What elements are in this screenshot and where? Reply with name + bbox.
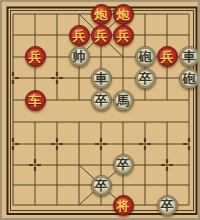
piece-glyph: 炮 xyxy=(95,7,108,20)
piece-red-soldier[interactable]: 兵 xyxy=(25,46,46,67)
piece-tan-soldier[interactable]: 卒 xyxy=(157,195,178,216)
piece-red-soldier[interactable]: 兵 xyxy=(91,25,112,46)
piece-glyph: 砲 xyxy=(183,71,196,84)
xiangqi-board[interactable]: 炮炮兵兵兵兵兵车将帅砲車車卒砲卒馬卒卒卒 xyxy=(2,4,200,216)
piece-red-chariot[interactable]: 车 xyxy=(25,90,46,111)
piece-tan-soldier[interactable]: 卒 xyxy=(113,154,134,175)
piece-red-soldier[interactable]: 兵 xyxy=(113,25,134,46)
piece-tan-soldier[interactable]: 卒 xyxy=(91,90,112,111)
piece-tan-soldier[interactable]: 卒 xyxy=(91,175,112,196)
piece-red-soldier[interactable]: 兵 xyxy=(157,46,178,67)
piece-tan-soldier[interactable]: 卒 xyxy=(135,68,156,89)
piece-glyph: 卒 xyxy=(139,71,152,84)
piece-glyph: 帅 xyxy=(73,50,86,63)
piece-glyph: 兵 xyxy=(73,28,86,41)
piece-glyph: 车 xyxy=(29,93,42,106)
piece-glyph: 卒 xyxy=(117,158,130,171)
piece-tan-cannon[interactable]: 砲 xyxy=(135,46,156,67)
xiangqi-app: 炮炮兵兵兵兵兵车将帅砲車車卒砲卒馬卒卒卒 xyxy=(0,0,200,220)
piece-glyph: 兵 xyxy=(117,28,130,41)
piece-glyph: 炮 xyxy=(117,7,130,20)
piece-glyph: 兵 xyxy=(29,50,42,63)
piece-glyph: 車 xyxy=(95,71,108,84)
piece-tan-chariot[interactable]: 車 xyxy=(179,46,200,67)
piece-glyph: 馬 xyxy=(117,93,130,106)
piece-glyph: 卒 xyxy=(95,178,108,191)
piece-glyph: 車 xyxy=(183,50,196,63)
piece-red-general[interactable]: 将 xyxy=(113,195,134,216)
piece-glyph: 兵 xyxy=(161,50,174,63)
piece-glyph: 兵 xyxy=(95,28,108,41)
piece-tan-general[interactable]: 帅 xyxy=(69,46,90,67)
piece-glyph: 将 xyxy=(117,198,130,211)
piece-glyph: 卒 xyxy=(161,198,174,211)
piece-tan-chariot[interactable]: 車 xyxy=(91,68,112,89)
piece-glyph: 砲 xyxy=(139,50,152,63)
piece-tan-horse[interactable]: 馬 xyxy=(113,90,134,111)
piece-red-soldier[interactable]: 兵 xyxy=(69,25,90,46)
piece-tan-cannon[interactable]: 砲 xyxy=(179,68,200,89)
piece-red-cannon[interactable]: 炮 xyxy=(91,4,112,25)
piece-red-cannon[interactable]: 炮 xyxy=(113,4,134,25)
piece-glyph: 卒 xyxy=(95,93,108,106)
